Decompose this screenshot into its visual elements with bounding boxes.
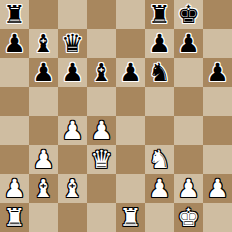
square-b3[interactable]: ♟ (29, 145, 58, 174)
black-pawn[interactable]: ♟ (116, 58, 145, 87)
square-f6[interactable]: ♞ (145, 58, 174, 87)
square-b4[interactable] (29, 116, 58, 145)
white-rook[interactable]: ♜ (0, 203, 29, 232)
square-f5[interactable] (145, 87, 174, 116)
square-c2[interactable]: ♝ (58, 174, 87, 203)
square-a6[interactable] (0, 58, 29, 87)
black-bishop[interactable]: ♝ (87, 58, 116, 87)
square-a3[interactable] (0, 145, 29, 174)
black-pawn[interactable]: ♟ (174, 29, 203, 58)
square-g2[interactable]: ♟ (174, 174, 203, 203)
white-bishop[interactable]: ♝ (29, 174, 58, 203)
white-bishop[interactable]: ♝ (58, 174, 87, 203)
square-g4[interactable] (174, 116, 203, 145)
white-pawn[interactable]: ♟ (145, 174, 174, 203)
square-h6[interactable]: ♟ (203, 58, 232, 87)
square-d1[interactable] (87, 203, 116, 232)
square-b6[interactable]: ♟ (29, 58, 58, 87)
square-d7[interactable] (87, 29, 116, 58)
square-f8[interactable]: ♜ (145, 0, 174, 29)
square-f7[interactable]: ♟ (145, 29, 174, 58)
square-d3[interactable]: ♛ (87, 145, 116, 174)
white-queen[interactable]: ♛ (87, 145, 116, 174)
square-g5[interactable] (174, 87, 203, 116)
square-a1[interactable]: ♜ (0, 203, 29, 232)
square-c3[interactable] (58, 145, 87, 174)
square-d4[interactable]: ♟ (87, 116, 116, 145)
square-e4[interactable] (116, 116, 145, 145)
square-c4[interactable]: ♟ (58, 116, 87, 145)
square-g7[interactable]: ♟ (174, 29, 203, 58)
black-queen[interactable]: ♛ (58, 29, 87, 58)
square-e2[interactable] (116, 174, 145, 203)
black-pawn[interactable]: ♟ (145, 29, 174, 58)
square-g3[interactable] (174, 145, 203, 174)
square-h8[interactable] (203, 0, 232, 29)
square-h2[interactable]: ♟ (203, 174, 232, 203)
white-rook[interactable]: ♜ (116, 203, 145, 232)
square-b5[interactable] (29, 87, 58, 116)
square-e3[interactable] (116, 145, 145, 174)
white-pawn[interactable]: ♟ (87, 116, 116, 145)
white-pawn[interactable]: ♟ (58, 116, 87, 145)
white-knight[interactable]: ♞ (145, 145, 174, 174)
black-pawn[interactable]: ♟ (203, 58, 232, 87)
square-c5[interactable] (58, 87, 87, 116)
black-rook[interactable]: ♜ (0, 0, 29, 29)
square-h5[interactable] (203, 87, 232, 116)
square-h1[interactable] (203, 203, 232, 232)
square-e7[interactable] (116, 29, 145, 58)
chess-board: ♜♜♚♟♝♛♟♟♟♟♝♟♞♟♟♟♟♛♞♟♝♝♟♟♟♜♜♚ (0, 0, 232, 232)
square-e8[interactable] (116, 0, 145, 29)
square-h4[interactable] (203, 116, 232, 145)
white-pawn[interactable]: ♟ (0, 174, 29, 203)
square-f3[interactable]: ♞ (145, 145, 174, 174)
square-a8[interactable]: ♜ (0, 0, 29, 29)
square-a2[interactable]: ♟ (0, 174, 29, 203)
square-c7[interactable]: ♛ (58, 29, 87, 58)
square-d8[interactable] (87, 0, 116, 29)
white-pawn[interactable]: ♟ (29, 145, 58, 174)
square-e1[interactable]: ♜ (116, 203, 145, 232)
square-b1[interactable] (29, 203, 58, 232)
square-g1[interactable]: ♚ (174, 203, 203, 232)
square-a5[interactable] (0, 87, 29, 116)
black-knight[interactable]: ♞ (145, 58, 174, 87)
square-c8[interactable] (58, 0, 87, 29)
square-d2[interactable] (87, 174, 116, 203)
square-b8[interactable] (29, 0, 58, 29)
white-pawn[interactable]: ♟ (203, 174, 232, 203)
square-b2[interactable]: ♝ (29, 174, 58, 203)
square-g8[interactable]: ♚ (174, 0, 203, 29)
black-bishop[interactable]: ♝ (29, 29, 58, 58)
square-b7[interactable]: ♝ (29, 29, 58, 58)
square-h7[interactable] (203, 29, 232, 58)
black-pawn[interactable]: ♟ (29, 58, 58, 87)
black-pawn[interactable]: ♟ (0, 29, 29, 58)
white-pawn[interactable]: ♟ (174, 174, 203, 203)
square-c6[interactable]: ♟ (58, 58, 87, 87)
square-g6[interactable] (174, 58, 203, 87)
black-king[interactable]: ♚ (174, 0, 203, 29)
black-rook[interactable]: ♜ (145, 0, 174, 29)
square-a4[interactable] (0, 116, 29, 145)
square-d6[interactable]: ♝ (87, 58, 116, 87)
white-king[interactable]: ♚ (174, 203, 203, 232)
square-f1[interactable] (145, 203, 174, 232)
square-h3[interactable] (203, 145, 232, 174)
square-f4[interactable] (145, 116, 174, 145)
square-e5[interactable] (116, 87, 145, 116)
square-e6[interactable]: ♟ (116, 58, 145, 87)
black-pawn[interactable]: ♟ (58, 58, 87, 87)
square-d5[interactable] (87, 87, 116, 116)
square-a7[interactable]: ♟ (0, 29, 29, 58)
square-c1[interactable] (58, 203, 87, 232)
square-f2[interactable]: ♟ (145, 174, 174, 203)
